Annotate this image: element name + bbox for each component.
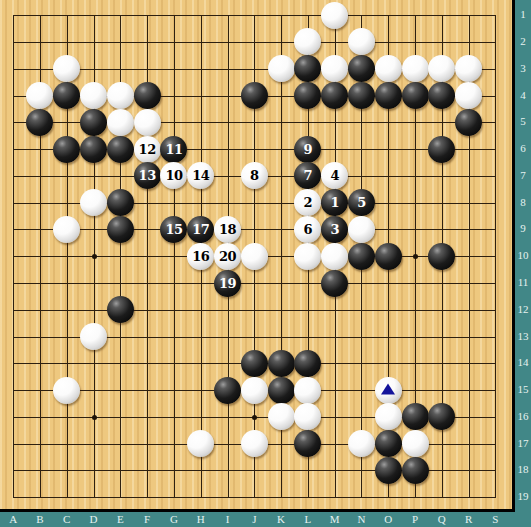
- stone-black-G6: 11: [160, 136, 187, 163]
- grid-line-vertical: [495, 15, 496, 498]
- stone-black-N8: 5: [348, 189, 375, 216]
- stone-black-I11: 19: [214, 270, 241, 297]
- move-number-label: 18: [219, 223, 236, 236]
- grid-line-horizontal: [13, 310, 496, 311]
- star-point-D10: [92, 254, 97, 259]
- stone-black-J4: [241, 82, 268, 109]
- column-label-R: R: [461, 513, 477, 525]
- column-label-J: J: [246, 513, 262, 525]
- stone-black-O18: [375, 457, 402, 484]
- stone-white-O15: [375, 377, 402, 404]
- row-label-13: 13: [515, 330, 531, 342]
- move-number-label: 9: [304, 143, 313, 156]
- stone-black-J14: [241, 350, 268, 377]
- move-number-label: 20: [219, 250, 236, 263]
- stone-black-N3: [348, 55, 375, 82]
- row-labels: 12345678910111213141516171819: [515, 0, 531, 527]
- row-label-9: 9: [515, 222, 531, 234]
- go-diagram: 1211913101487421515171863162019 12345678…: [0, 0, 531, 527]
- stone-white-L9: 6: [294, 216, 321, 243]
- move-number-label: 1: [330, 196, 339, 209]
- stone-black-L4: [294, 82, 321, 109]
- stone-black-Q6: [428, 136, 455, 163]
- move-number-label: 5: [357, 196, 366, 209]
- move-number-label: 12: [139, 143, 156, 156]
- stone-black-I15: [214, 377, 241, 404]
- row-label-14: 14: [515, 356, 531, 368]
- stone-black-C6: [53, 136, 80, 163]
- stone-white-C9: [53, 216, 80, 243]
- stone-white-K3: [268, 55, 295, 82]
- row-label-17: 17: [515, 437, 531, 449]
- stone-black-O17: [375, 430, 402, 457]
- stone-black-K14: [268, 350, 295, 377]
- stone-white-C3: [53, 55, 80, 82]
- stone-black-G9: 15: [160, 216, 187, 243]
- row-label-5: 5: [515, 115, 531, 127]
- stone-black-F7: 13: [134, 162, 161, 189]
- column-label-P: P: [407, 513, 423, 525]
- stone-white-P3: [402, 55, 429, 82]
- stone-white-P17: [402, 430, 429, 457]
- stone-black-E9: [107, 216, 134, 243]
- column-labels: ABCDEFGHIJKLMNOPQRS: [0, 512, 531, 527]
- stone-white-M7: 4: [321, 162, 348, 189]
- column-label-I: I: [220, 513, 236, 525]
- move-number-label: 4: [330, 169, 339, 182]
- column-label-L: L: [300, 513, 316, 525]
- stone-black-N4: [348, 82, 375, 109]
- stone-white-E4: [107, 82, 134, 109]
- stone-black-Q10: [428, 243, 455, 270]
- stone-white-F5: [134, 109, 161, 136]
- move-number-label: 8: [250, 169, 259, 182]
- row-label-8: 8: [515, 196, 531, 208]
- move-number-label: 14: [192, 169, 209, 182]
- stone-black-E12: [107, 296, 134, 323]
- stone-white-R4: [455, 82, 482, 109]
- stone-black-M4: [321, 82, 348, 109]
- stone-white-N9: [348, 216, 375, 243]
- stone-white-M10: [321, 243, 348, 270]
- move-number-label: 2: [304, 196, 313, 209]
- column-label-G: G: [166, 513, 182, 525]
- board-grid[interactable]: 1211913101487421515171863162019: [0, 0, 512, 509]
- stone-white-L2: [294, 28, 321, 55]
- column-label-Q: Q: [434, 513, 450, 525]
- stone-black-P16: [402, 403, 429, 430]
- row-label-12: 12: [515, 303, 531, 315]
- move-number-label: 3: [330, 223, 339, 236]
- stone-black-K15: [268, 377, 295, 404]
- stone-white-H7: 14: [187, 162, 214, 189]
- stone-black-D5: [80, 109, 107, 136]
- stone-black-M8: 1: [321, 189, 348, 216]
- row-label-19: 19: [515, 490, 531, 502]
- stone-white-G7: 10: [160, 162, 187, 189]
- grid-line-horizontal: [13, 497, 496, 498]
- stone-black-C4: [53, 82, 80, 109]
- move-number-label: 15: [165, 223, 182, 236]
- stone-black-P4: [402, 82, 429, 109]
- stone-black-L3: [294, 55, 321, 82]
- stone-white-K16: [268, 403, 295, 430]
- stone-black-L14: [294, 350, 321, 377]
- column-label-B: B: [32, 513, 48, 525]
- stone-white-B4: [26, 82, 53, 109]
- move-number-label: 16: [192, 250, 209, 263]
- stone-black-L17: [294, 430, 321, 457]
- row-label-3: 3: [515, 62, 531, 74]
- stone-white-J10: [241, 243, 268, 270]
- stone-white-D13: [80, 323, 107, 350]
- stone-black-M9: 3: [321, 216, 348, 243]
- row-label-15: 15: [515, 383, 531, 395]
- stone-white-I10: 20: [214, 243, 241, 270]
- stone-white-I9: 18: [214, 216, 241, 243]
- star-point-J16: [252, 415, 257, 420]
- stone-white-E5: [107, 109, 134, 136]
- stone-white-J17: [241, 430, 268, 457]
- column-label-M: M: [327, 513, 343, 525]
- row-label-11: 11: [515, 276, 531, 288]
- stone-black-L6: 9: [294, 136, 321, 163]
- row-label-1: 1: [515, 8, 531, 20]
- stone-white-L16: [294, 403, 321, 430]
- column-label-C: C: [59, 513, 75, 525]
- row-label-2: 2: [515, 35, 531, 47]
- stone-black-N10: [348, 243, 375, 270]
- stone-white-D8: [80, 189, 107, 216]
- column-label-K: K: [273, 513, 289, 525]
- stone-black-O10: [375, 243, 402, 270]
- stone-black-P18: [402, 457, 429, 484]
- row-label-7: 7: [515, 169, 531, 181]
- stone-black-B5: [26, 109, 53, 136]
- row-label-10: 10: [515, 249, 531, 261]
- stone-white-Q3: [428, 55, 455, 82]
- row-label-16: 16: [515, 410, 531, 422]
- stone-white-O3: [375, 55, 402, 82]
- move-number-label: 13: [139, 169, 156, 182]
- column-label-F: F: [139, 513, 155, 525]
- row-label-4: 4: [515, 89, 531, 101]
- move-number-label: 11: [165, 143, 182, 156]
- stone-white-H17: [187, 430, 214, 457]
- column-label-O: O: [380, 513, 396, 525]
- stone-white-L10: [294, 243, 321, 270]
- stone-black-D6: [80, 136, 107, 163]
- row-label-18: 18: [515, 463, 531, 475]
- stone-white-M3: [321, 55, 348, 82]
- stone-white-J15: [241, 377, 268, 404]
- column-label-D: D: [86, 513, 102, 525]
- star-point-D16: [92, 415, 97, 420]
- stone-white-N17: [348, 430, 375, 457]
- star-point-P10: [413, 254, 418, 259]
- row-label-6: 6: [515, 142, 531, 154]
- column-label-H: H: [193, 513, 209, 525]
- stone-white-F6: 12: [134, 136, 161, 163]
- move-number-label: 7: [304, 169, 313, 182]
- column-label-S: S: [487, 513, 503, 525]
- stone-white-J7: 8: [241, 162, 268, 189]
- column-label-N: N: [353, 513, 369, 525]
- stone-black-F4: [134, 82, 161, 109]
- stone-white-L15: [294, 377, 321, 404]
- stone-black-Q4: [428, 82, 455, 109]
- move-number-label: 17: [192, 223, 209, 236]
- stone-white-L8: 2: [294, 189, 321, 216]
- stone-white-M1: [321, 2, 348, 29]
- stone-black-H9: 17: [187, 216, 214, 243]
- move-number-label: 19: [219, 277, 236, 290]
- stone-white-C15: [53, 377, 80, 404]
- stone-white-D4: [80, 82, 107, 109]
- column-label-E: E: [112, 513, 128, 525]
- stone-black-R5: [455, 109, 482, 136]
- stone-black-M11: [321, 270, 348, 297]
- stone-white-O16: [375, 403, 402, 430]
- move-number-label: 10: [165, 169, 182, 182]
- stone-white-N2: [348, 28, 375, 55]
- stone-white-R3: [455, 55, 482, 82]
- stone-black-O4: [375, 82, 402, 109]
- stone-black-Q16: [428, 403, 455, 430]
- stone-black-L7: 7: [294, 162, 321, 189]
- stone-black-E6: [107, 136, 134, 163]
- move-number-label: 6: [304, 223, 313, 236]
- stone-black-E8: [107, 189, 134, 216]
- stone-white-H10: 16: [187, 243, 214, 270]
- column-label-A: A: [5, 513, 21, 525]
- triangle-mark-icon: [381, 384, 395, 395]
- grid-line-horizontal: [13, 283, 496, 284]
